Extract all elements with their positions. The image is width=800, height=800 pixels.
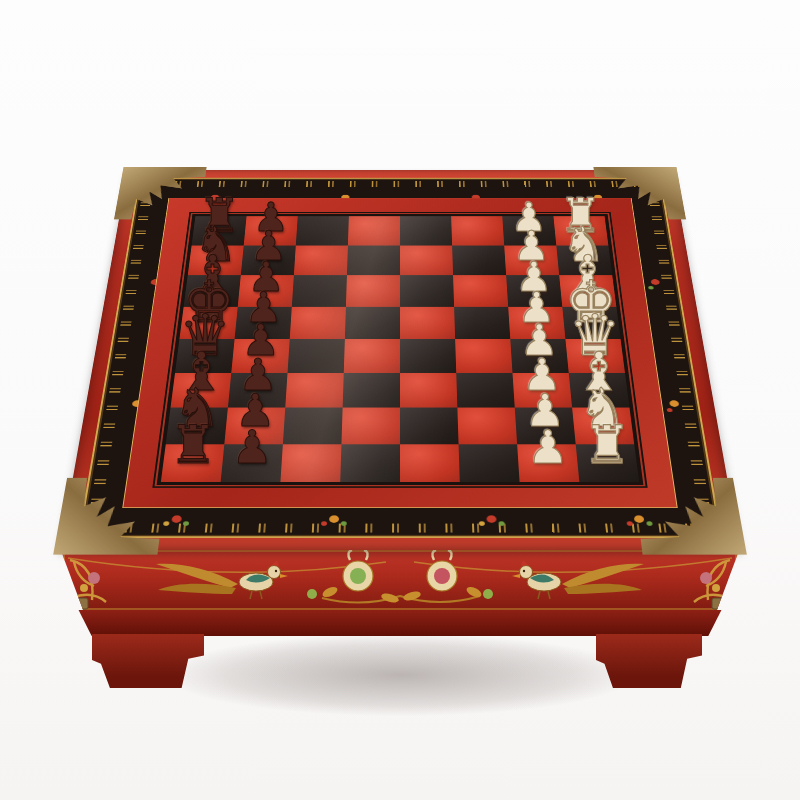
square-f4[interactable]: [400, 275, 454, 306]
square-d4[interactable]: [400, 339, 456, 373]
square-f5[interactable]: [346, 275, 400, 306]
corner-motif-right-icon: [694, 560, 730, 602]
square-e4[interactable]: [400, 306, 455, 338]
square-c4[interactable]: [400, 372, 457, 407]
square-h6[interactable]: [296, 216, 349, 245]
product-photo-scene: ♜♟♟♜♞♟♟♞♝♟♟♝♚♟♟♚♛♟♟♛♝♟♟♝♞♟♟♞♜♟♟♜: [0, 0, 800, 800]
square-h5[interactable]: [348, 216, 400, 245]
square-a5[interactable]: [340, 444, 400, 482]
front-panel-painting: [60, 548, 740, 612]
square-e6[interactable]: [290, 306, 346, 338]
square-f3[interactable]: [453, 275, 508, 306]
piece-white-rook[interactable]: ♜: [583, 418, 631, 471]
square-e5[interactable]: [345, 306, 400, 338]
square-a6[interactable]: [280, 444, 341, 482]
square-d6[interactable]: [288, 339, 345, 373]
square-h3[interactable]: [451, 216, 504, 245]
square-d3[interactable]: [455, 339, 512, 373]
square-g4[interactable]: [400, 245, 453, 275]
board-top: [60, 170, 740, 550]
square-f6[interactable]: [292, 275, 347, 306]
front-panel: [60, 548, 740, 612]
square-g5[interactable]: [347, 245, 400, 275]
piece-black-pawn[interactable]: ♟: [231, 424, 272, 470]
square-a3[interactable]: [459, 444, 520, 482]
pheasant-left-icon: [156, 560, 288, 599]
square-a4[interactable]: [400, 444, 460, 482]
square-c3[interactable]: [456, 372, 515, 407]
hinge-icon: [70, 598, 730, 609]
square-e3[interactable]: [454, 306, 510, 338]
square-d5[interactable]: [344, 339, 400, 373]
piece-white-pawn[interactable]: ♟: [527, 424, 568, 470]
corner-motif-left-icon: [70, 560, 106, 602]
square-c6[interactable]: [285, 372, 344, 407]
square-b5[interactable]: [341, 408, 400, 444]
square-b4[interactable]: [400, 408, 459, 444]
square-b6[interactable]: [283, 408, 343, 444]
square-c5[interactable]: [343, 372, 400, 407]
square-b3[interactable]: [457, 408, 517, 444]
square-g3[interactable]: [452, 245, 506, 275]
piece-black-rook[interactable]: ♜: [169, 418, 217, 471]
meander-pattern-bottom: [89, 524, 711, 533]
square-h4[interactable]: [400, 216, 452, 245]
box-lower-lip: [72, 610, 728, 636]
square-g6[interactable]: [294, 245, 348, 275]
peony-flowers-icon: [307, 550, 493, 604]
pheasant-right-icon: [512, 560, 644, 599]
